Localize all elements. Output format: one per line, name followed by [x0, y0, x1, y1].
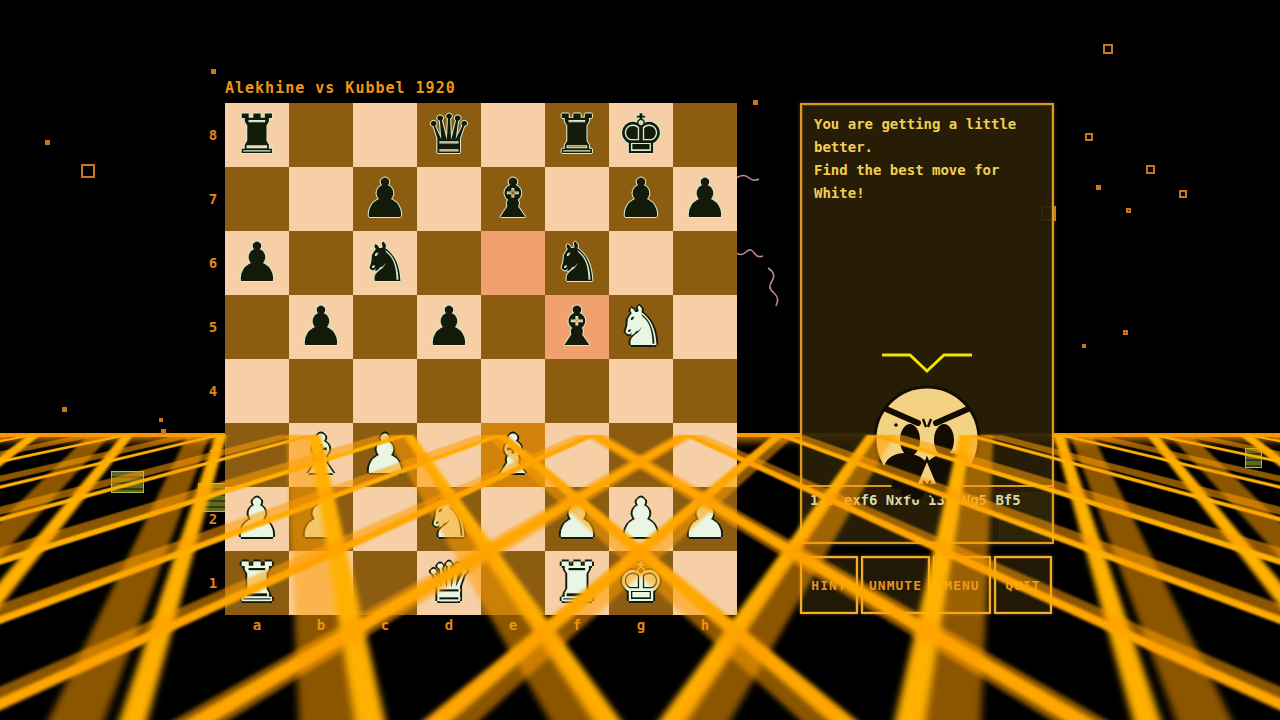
white-knight-piece: ♞ — [617, 295, 665, 359]
square-h6[interactable] — [673, 231, 737, 295]
square-h8[interactable] — [673, 103, 737, 167]
square-f6[interactable]: ♞ — [545, 231, 609, 295]
square-e7[interactable]: ♝ — [481, 167, 545, 231]
black-bishop-piece: ♝ — [489, 167, 537, 231]
square-g6[interactable] — [609, 231, 673, 295]
square-f3[interactable] — [545, 423, 609, 487]
square-a1[interactable]: ♜ — [225, 551, 289, 615]
square-h4[interactable] — [673, 359, 737, 423]
square-d2[interactable]: ♞ — [417, 487, 481, 551]
star-decor — [753, 100, 758, 105]
square-e6[interactable] — [481, 231, 545, 295]
star-decor — [62, 407, 67, 412]
square-c5[interactable] — [353, 295, 417, 359]
glow-box-decor — [111, 471, 144, 493]
white-pawn-piece: ♟ — [297, 487, 345, 551]
star-decor — [1126, 208, 1131, 213]
rank-label: 8 — [202, 103, 224, 167]
star-decor — [159, 418, 163, 422]
rank-label: 1 — [202, 551, 224, 615]
square-b7[interactable] — [289, 167, 353, 231]
black-pawn-piece: ♟ — [617, 167, 665, 231]
star-decor — [1082, 344, 1086, 348]
square-b1[interactable] — [289, 551, 353, 615]
coach-message-line1: You are getting a little better. — [814, 113, 1028, 159]
square-b5[interactable]: ♟ — [289, 295, 353, 359]
square-d4[interactable] — [417, 359, 481, 423]
square-f1[interactable]: ♜ — [545, 551, 609, 615]
star-decor — [1085, 133, 1093, 141]
star-decor — [45, 140, 50, 145]
square-a7[interactable] — [225, 167, 289, 231]
lightning-streak — [730, 168, 800, 308]
star-decor — [81, 164, 95, 178]
square-f4[interactable] — [545, 359, 609, 423]
square-a4[interactable] — [225, 359, 289, 423]
white-pawn-piece: ♟ — [233, 487, 281, 551]
black-pawn-piece: ♟ — [297, 295, 345, 359]
square-h3[interactable] — [673, 423, 737, 487]
square-g4[interactable] — [609, 359, 673, 423]
black-king-piece: ♚ — [617, 103, 665, 167]
square-f8[interactable]: ♜ — [545, 103, 609, 167]
file-label: g — [609, 617, 673, 635]
square-a5[interactable] — [225, 295, 289, 359]
square-c2[interactable] — [353, 487, 417, 551]
star-decor — [1103, 44, 1113, 54]
white-pawn-piece: ♟ — [617, 487, 665, 551]
coach-message: You are getting a little better. Find th… — [814, 113, 1028, 205]
square-g5[interactable]: ♞ — [609, 295, 673, 359]
file-labels: a b c d e f g h — [225, 617, 737, 635]
black-pawn-piece: ♟ — [681, 167, 729, 231]
square-d7[interactable] — [417, 167, 481, 231]
square-g7[interactable]: ♟ — [609, 167, 673, 231]
chess-board: ♜♛♜♚♟♝♟♟♟♞♞♟♟♝♞♝♟♝♟♟♞♟♟♟♜♛♜♚ — [225, 103, 737, 615]
square-c7[interactable]: ♟ — [353, 167, 417, 231]
black-rook-piece: ♜ — [553, 103, 601, 167]
white-king-piece: ♚ — [617, 551, 665, 615]
page-title: Alekhine vs Kubbel 1920 — [225, 79, 456, 97]
square-b2[interactable]: ♟ — [289, 487, 353, 551]
black-knight-piece: ♞ — [553, 231, 601, 295]
unmute-button[interactable]: UNMUTE — [861, 556, 930, 614]
square-e5[interactable] — [481, 295, 545, 359]
square-b8[interactable] — [289, 103, 353, 167]
rank-label: 5 — [202, 295, 224, 359]
square-e1[interactable] — [481, 551, 545, 615]
rank-label: 7 — [202, 167, 224, 231]
star-decor — [1146, 165, 1155, 174]
square-d8[interactable]: ♛ — [417, 103, 481, 167]
square-b4[interactable] — [289, 359, 353, 423]
coach-mascot-face — [852, 343, 1002, 503]
square-e2[interactable] — [481, 487, 545, 551]
square-f2[interactable]: ♟ — [545, 487, 609, 551]
white-knight-piece: ♞ — [425, 487, 473, 551]
star-decor — [161, 429, 166, 434]
square-e3[interactable]: ♝ — [481, 423, 545, 487]
square-g3[interactable] — [609, 423, 673, 487]
file-label: b — [289, 617, 353, 635]
square-d1[interactable]: ♛ — [417, 551, 481, 615]
file-label: f — [545, 617, 609, 635]
white-pawn-piece: ♟ — [681, 487, 729, 551]
coach-message-line2: Find the best move for White! — [814, 159, 1028, 205]
square-e8[interactable] — [481, 103, 545, 167]
white-rook-piece: ♜ — [233, 551, 281, 615]
square-b3[interactable]: ♝ — [289, 423, 353, 487]
square-c8[interactable] — [353, 103, 417, 167]
square-g1[interactable]: ♚ — [609, 551, 673, 615]
square-e4[interactable] — [481, 359, 545, 423]
square-d3[interactable] — [417, 423, 481, 487]
square-c4[interactable] — [353, 359, 417, 423]
black-queen-piece: ♛ — [425, 103, 473, 167]
button-row: HINT UNMUTE MENU QUIT — [800, 556, 1052, 614]
menu-button[interactable]: MENU — [933, 556, 991, 614]
square-h5[interactable] — [673, 295, 737, 359]
file-label: a — [225, 617, 289, 635]
square-a8[interactable]: ♜ — [225, 103, 289, 167]
file-label: e — [481, 617, 545, 635]
black-pawn-piece: ♟ — [361, 167, 409, 231]
star-decor — [1179, 190, 1187, 198]
rank-label: 6 — [202, 231, 224, 295]
file-label: h — [673, 617, 737, 635]
square-h1[interactable] — [673, 551, 737, 615]
quit-button[interactable]: QUIT — [994, 556, 1052, 614]
rank-label: 2 — [202, 487, 224, 551]
square-a2[interactable]: ♟ — [225, 487, 289, 551]
rank-label: 4 — [202, 359, 224, 423]
rank-labels: 8 7 6 5 4 3 2 1 — [202, 103, 224, 615]
black-rook-piece: ♜ — [233, 103, 281, 167]
black-pawn-piece: ♟ — [425, 295, 473, 359]
white-bishop-piece: ♝ — [297, 423, 345, 487]
white-pawn-piece: ♟ — [361, 423, 409, 487]
square-f5[interactable]: ♝ — [545, 295, 609, 359]
glow-box-decor — [1245, 448, 1262, 468]
black-pawn-piece: ♟ — [233, 231, 281, 295]
square-c3[interactable]: ♟ — [353, 423, 417, 487]
star-decor — [211, 69, 216, 74]
file-label: c — [353, 617, 417, 635]
coach-panel: You are getting a little better. Find th… — [800, 103, 1054, 544]
square-d5[interactable]: ♟ — [417, 295, 481, 359]
rank-label: 3 — [202, 423, 224, 487]
square-c1[interactable] — [353, 551, 417, 615]
square-a3[interactable] — [225, 423, 289, 487]
square-g8[interactable]: ♚ — [609, 103, 673, 167]
file-label: d — [417, 617, 481, 635]
star-decor — [1123, 330, 1128, 335]
black-bishop-piece: ♝ — [553, 295, 601, 359]
white-bishop-piece: ♝ — [489, 423, 537, 487]
white-pawn-piece: ♟ — [553, 487, 601, 551]
square-h2[interactable]: ♟ — [673, 487, 737, 551]
square-a6[interactable]: ♟ — [225, 231, 289, 295]
square-g2[interactable]: ♟ — [609, 487, 673, 551]
black-knight-piece: ♞ — [361, 231, 409, 295]
white-rook-piece: ♜ — [553, 551, 601, 615]
square-c6[interactable]: ♞ — [353, 231, 417, 295]
hint-button[interactable]: HINT — [800, 556, 858, 614]
square-f7[interactable] — [545, 167, 609, 231]
square-b6[interactable] — [289, 231, 353, 295]
square-h7[interactable]: ♟ — [673, 167, 737, 231]
star-decor — [1096, 185, 1101, 190]
white-queen-piece: ♛ — [425, 551, 473, 615]
square-d6[interactable] — [417, 231, 481, 295]
